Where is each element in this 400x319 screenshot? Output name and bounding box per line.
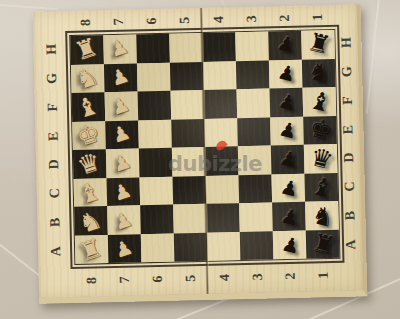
square-c8 [74,178,108,207]
square-h2 [268,31,302,60]
square-b5 [173,204,207,233]
file-label-right-B: B [342,211,358,221]
square-c5 [172,175,206,204]
square-g3 [236,60,270,89]
rank-labels-bottom: 87654321 [74,259,341,297]
rank-label-bottom-6: 6 [150,275,166,282]
file-label-left-D: D [46,159,62,169]
square-d3 [238,145,272,174]
board-grid [69,29,340,265]
file-label-right-F: F [340,96,356,105]
square-h1 [301,30,335,59]
square-e8 [72,121,106,150]
square-g6 [137,62,171,91]
square-b6 [140,205,174,234]
square-b3 [239,202,273,231]
file-label-right-G: G [339,66,355,77]
file-label-left-G: G [44,73,60,84]
square-h5 [169,33,203,62]
square-d6 [139,148,173,177]
file-label-left-H: H [43,44,59,55]
square-g1 [302,58,336,87]
tile-grout-line [366,0,381,114]
square-h6 [136,34,170,63]
square-e1 [303,115,337,144]
square-c7 [107,177,141,206]
square-a3 [240,231,274,260]
square-h4 [202,32,236,61]
square-g5 [170,61,204,90]
square-d8 [73,149,107,178]
square-b1 [305,201,339,230]
square-a5 [174,232,208,261]
rank-label-top-5: 5 [177,17,193,24]
rank-label-bottom-4: 4 [216,274,232,281]
rank-label-top-6: 6 [144,17,160,24]
rank-label-top-8: 8 [78,19,94,26]
square-a4 [207,232,241,261]
square-h8 [70,35,104,64]
rank-label-bottom-5: 5 [183,275,199,282]
square-a2 [273,230,307,259]
square-a6 [141,233,175,262]
square-e5 [171,118,205,147]
square-f1 [303,87,337,116]
square-e3 [237,117,271,146]
file-label-left-C: C [47,188,63,198]
square-g8 [71,64,105,93]
rank-label-bottom-7: 7 [117,276,133,283]
square-e2 [270,116,304,145]
rank-label-top-7: 7 [111,18,127,25]
square-g7 [104,63,138,92]
rank-label-top-3: 3 [244,15,260,22]
square-d5 [172,147,206,176]
square-d1 [304,144,338,173]
file-label-left-F: F [45,103,61,112]
square-e6 [138,119,172,148]
square-b2 [272,202,306,231]
square-a1 [306,229,340,258]
square-e4 [204,118,238,147]
square-b4 [206,203,240,232]
chess-board: ♜♞♝♚♛♝♞♜♟♟♟♟♟♟♟♟♟♟♟♟♟♟♟♟♜♞♝♚♛♝♞♜ 8765432… [33,4,368,303]
square-f5 [171,90,205,119]
square-c4 [205,175,239,204]
rank-label-top-2: 2 [277,14,293,21]
square-g4 [203,61,237,90]
square-c3 [238,174,272,203]
file-label-right-E: E [340,124,356,134]
square-f3 [237,88,271,117]
rank-label-top-4: 4 [211,16,227,23]
square-h3 [235,31,269,60]
tile-grout-line [0,4,58,10]
file-label-right-C: C [342,181,358,191]
rank-label-bottom-8: 8 [83,277,99,284]
photo-stage: ♜♞♝♚♛♝♞♜♟♟♟♟♟♟♟♟♟♟♟♟♟♟♟♟♜♞♝♚♛♝♞♜ 8765432… [0,0,400,319]
square-e7 [105,120,139,149]
square-c6 [140,176,174,205]
square-a7 [108,234,142,263]
square-c1 [304,172,338,201]
file-label-right-D: D [341,153,357,163]
square-f8 [72,92,106,121]
square-f7 [105,91,139,120]
square-a8 [75,235,109,264]
square-g2 [269,59,303,88]
file-label-left-A: A [48,246,64,256]
square-b7 [107,205,141,234]
rank-label-bottom-1: 1 [316,272,332,279]
file-labels-left: HGFEDCBA [33,35,74,266]
file-label-left-E: E [45,131,61,141]
square-f6 [138,91,172,120]
file-label-left-B: B [47,217,63,227]
square-b8 [74,206,108,235]
file-label-right-H: H [338,37,354,48]
file-label-right-A: A [343,239,359,249]
rank-label-bottom-3: 3 [250,273,266,280]
rank-label-top-1: 1 [310,14,326,21]
square-c2 [271,173,305,202]
square-d7 [106,148,140,177]
square-d4 [205,146,239,175]
square-h7 [103,34,137,63]
square-f4 [204,89,238,118]
rank-label-bottom-2: 2 [283,272,299,279]
square-d2 [271,145,305,174]
square-f2 [270,88,304,117]
